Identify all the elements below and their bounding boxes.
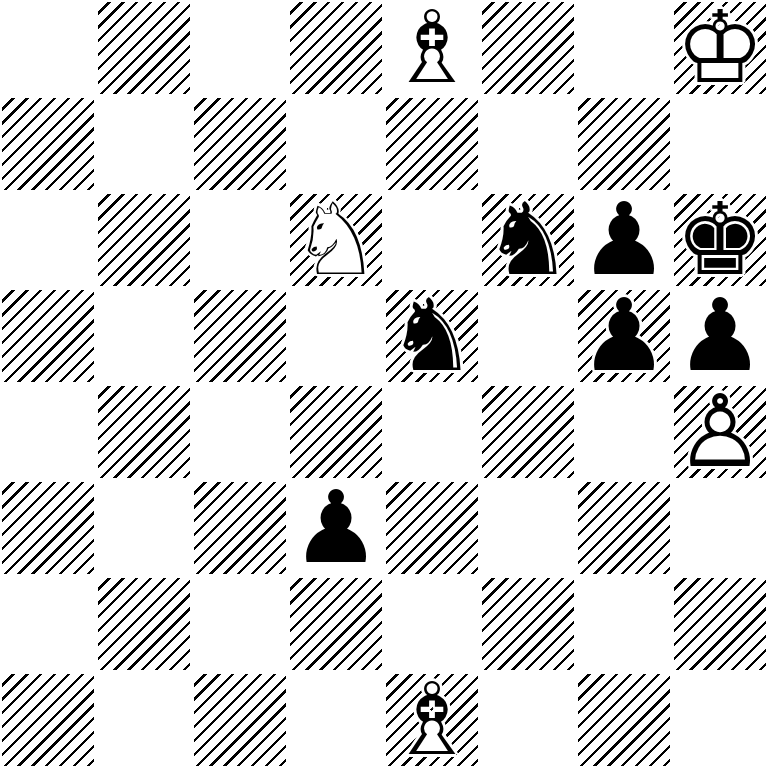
square-d2[interactable] [288, 576, 384, 672]
white-pawn-glyph: ♙ [672, 384, 768, 480]
white-bishop-glyph: ♗ [384, 0, 480, 96]
white-bishop-glyph: ♗ [384, 672, 480, 768]
square-d6[interactable]: ♞♘ [288, 192, 384, 288]
square-a2[interactable] [0, 576, 96, 672]
square-b1[interactable] [96, 672, 192, 768]
square-e3[interactable] [384, 480, 480, 576]
square-a5[interactable] [0, 288, 96, 384]
square-a3[interactable] [0, 480, 96, 576]
square-h2[interactable] [672, 576, 768, 672]
square-b4[interactable] [96, 384, 192, 480]
square-d3[interactable]: ♟♟ [288, 480, 384, 576]
square-f3[interactable] [480, 480, 576, 576]
square-h3[interactable] [672, 480, 768, 576]
square-g5[interactable]: ♟♟ [576, 288, 672, 384]
black-pawn-glyph: ♟ [576, 288, 672, 384]
square-e4[interactable] [384, 384, 480, 480]
square-f4[interactable] [480, 384, 576, 480]
black-king-piece: ♚♚ [672, 192, 768, 288]
black-pawn-glyph: ♟ [576, 192, 672, 288]
black-pawn-glyph: ♟ [288, 480, 384, 576]
square-b3[interactable] [96, 480, 192, 576]
square-c3[interactable] [192, 480, 288, 576]
white-knight-glyph: ♘ [288, 192, 384, 288]
square-e1[interactable]: ♝♗ [384, 672, 480, 768]
square-h8[interactable]: ♚♔ [672, 0, 768, 96]
square-f8[interactable] [480, 0, 576, 96]
square-e7[interactable] [384, 96, 480, 192]
black-king-glyph: ♚ [672, 192, 768, 288]
black-knight-glyph: ♞ [384, 288, 480, 384]
square-c7[interactable] [192, 96, 288, 192]
square-c5[interactable] [192, 288, 288, 384]
square-d8[interactable] [288, 0, 384, 96]
square-f2[interactable] [480, 576, 576, 672]
square-f1[interactable] [480, 672, 576, 768]
square-a4[interactable] [0, 384, 96, 480]
square-c8[interactable] [192, 0, 288, 96]
white-pawn-piece: ♟♙ [672, 384, 768, 480]
white-bishop-piece: ♝♗ [384, 672, 480, 768]
square-c2[interactable] [192, 576, 288, 672]
square-b7[interactable] [96, 96, 192, 192]
square-g1[interactable] [576, 672, 672, 768]
square-h1[interactable] [672, 672, 768, 768]
square-b6[interactable] [96, 192, 192, 288]
square-c6[interactable] [192, 192, 288, 288]
black-pawn-piece: ♟♟ [672, 288, 768, 384]
white-knight-piece: ♞♘ [288, 192, 384, 288]
white-king-piece: ♚♔ [672, 0, 768, 96]
black-knight-glyph: ♞ [480, 192, 576, 288]
square-d4[interactable] [288, 384, 384, 480]
square-g2[interactable] [576, 576, 672, 672]
square-e5[interactable]: ♞♞ [384, 288, 480, 384]
square-h5[interactable]: ♟♟ [672, 288, 768, 384]
square-g7[interactable] [576, 96, 672, 192]
square-d7[interactable] [288, 96, 384, 192]
square-g6[interactable]: ♟♟ [576, 192, 672, 288]
square-e8[interactable]: ♝♗ [384, 0, 480, 96]
square-a6[interactable] [0, 192, 96, 288]
chess-board: ♝♗♚♔♞♘♞♞♟♟♚♚♞♞♟♟♟♟♟♙♟♟♝♗ [0, 0, 768, 768]
square-a7[interactable] [0, 96, 96, 192]
white-king-glyph: ♔ [672, 0, 768, 96]
square-f5[interactable] [480, 288, 576, 384]
square-h6[interactable]: ♚♚ [672, 192, 768, 288]
black-knight-piece: ♞♞ [480, 192, 576, 288]
black-pawn-piece: ♟♟ [288, 480, 384, 576]
square-c4[interactable] [192, 384, 288, 480]
square-b2[interactable] [96, 576, 192, 672]
square-d1[interactable] [288, 672, 384, 768]
square-h7[interactable] [672, 96, 768, 192]
square-f6[interactable]: ♞♞ [480, 192, 576, 288]
square-b5[interactable] [96, 288, 192, 384]
square-e6[interactable] [384, 192, 480, 288]
square-b8[interactable] [96, 0, 192, 96]
square-h4[interactable]: ♟♙ [672, 384, 768, 480]
black-pawn-glyph: ♟ [672, 288, 768, 384]
white-bishop-piece: ♝♗ [384, 0, 480, 96]
square-c1[interactable] [192, 672, 288, 768]
black-pawn-piece: ♟♟ [576, 192, 672, 288]
square-g4[interactable] [576, 384, 672, 480]
square-g8[interactable] [576, 0, 672, 96]
square-a8[interactable] [0, 0, 96, 96]
square-e2[interactable] [384, 576, 480, 672]
black-pawn-piece: ♟♟ [576, 288, 672, 384]
square-g3[interactable] [576, 480, 672, 576]
square-d5[interactable] [288, 288, 384, 384]
square-a1[interactable] [0, 672, 96, 768]
black-knight-piece: ♞♞ [384, 288, 480, 384]
square-f7[interactable] [480, 96, 576, 192]
